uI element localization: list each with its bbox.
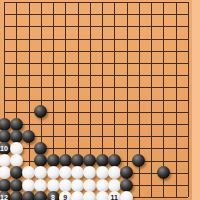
white-stone[interactable] [47, 166, 60, 179]
black-stone[interactable] [34, 105, 47, 118]
white-stone[interactable]: 11 [108, 191, 121, 200]
white-stone[interactable] [96, 191, 109, 200]
black-stone[interactable] [10, 179, 23, 192]
black-stone[interactable] [34, 191, 47, 200]
move-number-label: 9 [63, 191, 67, 200]
grid-line-horizontal [4, 2, 188, 3]
white-stone[interactable] [96, 179, 109, 192]
white-stone[interactable] [83, 179, 96, 192]
black-stone[interactable] [71, 154, 84, 167]
white-stone[interactable] [71, 179, 84, 192]
go-board[interactable]: 10128911 [0, 0, 192, 200]
white-stone[interactable] [83, 191, 96, 200]
black-stone[interactable] [132, 154, 145, 167]
black-stone[interactable] [22, 130, 35, 143]
white-stone[interactable] [59, 166, 72, 179]
black-stone[interactable] [83, 154, 96, 167]
white-stone[interactable] [108, 179, 121, 192]
black-stone[interactable] [22, 191, 35, 200]
black-stone[interactable] [10, 118, 23, 131]
black-stone[interactable]: 10 [0, 142, 11, 155]
black-stone[interactable] [108, 154, 121, 167]
move-number-label: 8 [51, 191, 55, 200]
move-number-label: 10 [0, 142, 8, 155]
white-stone[interactable] [71, 191, 84, 200]
grid-line-horizontal [4, 39, 188, 40]
grid-line-horizontal [4, 26, 188, 27]
black-stone[interactable] [34, 154, 47, 167]
grid-line-horizontal [4, 51, 188, 52]
white-stone[interactable] [22, 179, 35, 192]
grid-line-horizontal [4, 124, 188, 125]
white-stone[interactable] [34, 166, 47, 179]
black-stone[interactable] [59, 154, 72, 167]
white-stone[interactable] [59, 179, 72, 192]
move-number-label: 11 [111, 191, 118, 200]
move-number-label: 12 [0, 191, 8, 200]
black-stone[interactable] [10, 191, 23, 200]
grid-line-horizontal [4, 100, 188, 101]
white-stone[interactable] [120, 191, 133, 200]
grid-line-horizontal [4, 14, 188, 15]
black-stone[interactable] [157, 166, 170, 179]
black-stone[interactable] [120, 166, 133, 179]
white-stone[interactable] [22, 166, 35, 179]
grid-line-horizontal [4, 112, 188, 113]
black-stone[interactable]: 8 [47, 191, 60, 200]
black-stone[interactable] [34, 142, 47, 155]
white-stone[interactable] [108, 166, 121, 179]
grid-line-horizontal [4, 148, 188, 149]
white-stone[interactable] [0, 166, 11, 179]
black-stone[interactable] [0, 118, 11, 131]
black-stone[interactable] [0, 179, 11, 192]
grid-line-horizontal [4, 87, 188, 88]
black-stone[interactable] [10, 130, 23, 143]
white-stone[interactable]: 9 [59, 191, 72, 200]
white-stone[interactable] [96, 166, 109, 179]
black-stone[interactable] [10, 166, 23, 179]
board-right-margin [192, 0, 200, 200]
grid-line-vertical [188, 2, 189, 197]
white-stone[interactable] [83, 166, 96, 179]
white-stone[interactable] [47, 179, 60, 192]
black-stone[interactable] [0, 130, 11, 143]
white-stone[interactable] [10, 154, 23, 167]
black-stone[interactable]: 12 [0, 191, 11, 200]
black-stone[interactable] [120, 179, 133, 192]
white-stone[interactable] [0, 154, 11, 167]
grid-line-horizontal [4, 63, 188, 64]
white-stone[interactable] [34, 179, 47, 192]
go-app-screen: 10128911 [0, 0, 200, 200]
white-stone[interactable] [10, 142, 23, 155]
black-stone[interactable] [96, 154, 109, 167]
white-stone[interactable] [71, 166, 84, 179]
black-stone[interactable] [47, 154, 60, 167]
grid-line-horizontal [4, 75, 188, 76]
